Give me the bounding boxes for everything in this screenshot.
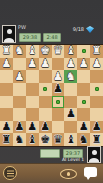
square-b7[interactable]: ♟ bbox=[77, 121, 90, 134]
move-hint-dot bbox=[82, 100, 86, 104]
square-d1[interactable]: ♛ bbox=[52, 45, 65, 58]
white-pawn-piece: ♟ bbox=[53, 71, 63, 83]
square-c5[interactable] bbox=[64, 96, 77, 109]
white-bishop-piece: ♝ bbox=[66, 45, 76, 57]
top-player-name: PW bbox=[18, 24, 26, 31]
black-pawn-piece: ♟ bbox=[79, 121, 89, 133]
square-h4[interactable] bbox=[0, 83, 13, 96]
white-pawn-piece: ♟ bbox=[2, 58, 12, 70]
black-pawn-piece: ♟ bbox=[27, 121, 37, 133]
white-pawn-piece: ♟ bbox=[27, 58, 37, 70]
white-bishop-piece: ♝ bbox=[27, 45, 37, 57]
move-hint-dot bbox=[56, 100, 60, 104]
bottom-move-timer bbox=[40, 149, 60, 158]
square-d3[interactable]: ♟ bbox=[52, 70, 65, 83]
diamond-icon[interactable] bbox=[86, 26, 94, 33]
white-pawn-piece: ♟ bbox=[66, 58, 76, 70]
square-g8[interactable]: ♞ bbox=[13, 133, 26, 146]
square-e1[interactable]: ♚ bbox=[39, 45, 52, 58]
square-h3[interactable] bbox=[0, 70, 13, 83]
white-rook-piece: ♜ bbox=[92, 45, 102, 57]
white-pawn-piece: ♟ bbox=[92, 58, 102, 70]
white-knight-piece: ♞ bbox=[66, 71, 76, 83]
square-a7[interactable]: ♟ bbox=[90, 121, 103, 134]
black-rook-piece: ♜ bbox=[2, 134, 12, 146]
square-c2[interactable]: ♟ bbox=[64, 58, 77, 71]
square-d5[interactable] bbox=[52, 96, 65, 109]
square-b6[interactable] bbox=[77, 108, 90, 121]
square-f5[interactable] bbox=[26, 96, 39, 109]
square-c1[interactable]: ♝ bbox=[64, 45, 77, 58]
hint-eye-button[interactable] bbox=[60, 169, 77, 179]
black-king-piece: ♚ bbox=[40, 134, 50, 146]
top-move-timer: 2:48 bbox=[43, 33, 61, 42]
white-queen-piece: ♛ bbox=[53, 45, 63, 57]
square-d6[interactable] bbox=[52, 108, 65, 121]
bottom-toolbar bbox=[0, 163, 103, 183]
white-pawn-piece: ♟ bbox=[79, 58, 89, 70]
square-b2[interactable]: ♟ bbox=[77, 58, 90, 71]
square-c7[interactable] bbox=[64, 121, 77, 134]
white-pawn-piece: ♟ bbox=[40, 58, 50, 70]
square-a4[interactable] bbox=[90, 83, 103, 96]
black-rook-piece: ♜ bbox=[92, 134, 102, 146]
black-bishop-piece: ♝ bbox=[27, 134, 37, 146]
square-a6[interactable] bbox=[90, 108, 103, 121]
black-pawn-piece: ♟ bbox=[92, 121, 102, 133]
square-b5[interactable] bbox=[77, 96, 90, 109]
black-knight-piece: ♞ bbox=[14, 134, 24, 146]
black-pawn-piece: ♟ bbox=[66, 108, 76, 120]
square-d8[interactable]: ♛ bbox=[52, 133, 65, 146]
square-c4[interactable] bbox=[64, 83, 77, 96]
white-rook-piece: ♜ bbox=[2, 45, 12, 57]
black-pawn-piece: ♟ bbox=[2, 121, 12, 133]
square-a8[interactable]: ♜ bbox=[90, 133, 103, 146]
square-f7[interactable]: ♟ bbox=[26, 121, 39, 134]
avatar-silhouette bbox=[7, 29, 12, 34]
square-f6[interactable] bbox=[26, 108, 39, 121]
square-e4[interactable] bbox=[39, 83, 52, 96]
bottom-player-avatar bbox=[87, 146, 101, 163]
black-queen-piece: ♛ bbox=[53, 134, 63, 146]
square-e6[interactable] bbox=[39, 108, 52, 121]
white-knight-piece: ♞ bbox=[14, 45, 24, 57]
hamburger-icon bbox=[7, 173, 14, 174]
square-d7[interactable] bbox=[52, 121, 65, 134]
avatar-silhouette bbox=[4, 38, 14, 43]
black-pawn-piece: ♟ bbox=[40, 121, 50, 133]
gem-count: 9/18 bbox=[73, 26, 84, 33]
square-h2[interactable]: ♟ bbox=[0, 58, 13, 71]
square-f4[interactable] bbox=[26, 83, 39, 96]
square-a5[interactable] bbox=[90, 96, 103, 109]
square-h6[interactable] bbox=[0, 108, 13, 121]
avatar-silhouette bbox=[92, 150, 97, 155]
square-b3[interactable] bbox=[77, 70, 90, 83]
square-g3[interactable]: ♟ bbox=[13, 70, 26, 83]
move-hint-dot bbox=[82, 49, 86, 53]
menu-button[interactable] bbox=[3, 166, 17, 180]
square-h8[interactable]: ♜ bbox=[0, 133, 13, 146]
black-pawn-piece: ♟ bbox=[14, 121, 24, 133]
square-d4[interactable]: ♟ bbox=[52, 83, 65, 96]
chat-bubble-button[interactable] bbox=[84, 167, 97, 177]
square-e2[interactable]: ♟ bbox=[39, 58, 52, 71]
square-a1[interactable]: ♜ bbox=[90, 45, 103, 58]
square-e3[interactable] bbox=[39, 70, 52, 83]
app-screen: PW 29:38 2:48 9/18 ♜♞♝♚♛♝♜♟♟♟♟♟♟♟♟♞♟♟♟♟♟… bbox=[0, 0, 103, 183]
square-h5[interactable] bbox=[0, 96, 13, 109]
move-hint-dot bbox=[43, 87, 47, 91]
square-h7[interactable]: ♟ bbox=[0, 121, 13, 134]
square-e7[interactable]: ♟ bbox=[39, 121, 52, 134]
black-knight-piece: ♞ bbox=[79, 134, 89, 146]
black-bishop-piece: ♝ bbox=[66, 134, 76, 146]
square-g4[interactable] bbox=[13, 83, 26, 96]
square-d2[interactable] bbox=[52, 58, 65, 71]
square-a2[interactable]: ♟ bbox=[90, 58, 103, 71]
white-king-piece: ♚ bbox=[40, 45, 50, 57]
square-e8[interactable]: ♚ bbox=[39, 133, 52, 146]
square-g2[interactable] bbox=[13, 58, 26, 71]
square-b1[interactable] bbox=[77, 45, 90, 58]
square-f2[interactable]: ♟ bbox=[26, 58, 39, 71]
chess-board: ♜♞♝♚♛♝♜♟♟♟♟♟♟♟♟♞♟♟♟♟♟♟♟♟♜♞♝♚♛♝♞♜ bbox=[0, 44, 103, 147]
square-g1[interactable]: ♞ bbox=[13, 45, 26, 58]
square-f3[interactable] bbox=[26, 70, 39, 83]
square-g7[interactable]: ♟ bbox=[13, 121, 26, 134]
square-f8[interactable]: ♝ bbox=[26, 133, 39, 146]
top-main-timer: 29:38 bbox=[19, 33, 41, 42]
white-pawn-piece: ♟ bbox=[14, 71, 24, 83]
square-c3[interactable]: ♞ bbox=[64, 70, 77, 83]
square-h1[interactable]: ♜ bbox=[0, 45, 13, 58]
top-player-avatar bbox=[2, 25, 16, 43]
square-e5[interactable] bbox=[39, 96, 52, 109]
square-c8[interactable]: ♝ bbox=[64, 133, 77, 146]
square-f1[interactable]: ♝ bbox=[26, 45, 39, 58]
square-b8[interactable]: ♞ bbox=[77, 133, 90, 146]
black-pawn-piece: ♟ bbox=[53, 83, 63, 95]
eye-icon bbox=[67, 172, 71, 176]
move-hint-dot bbox=[95, 87, 99, 91]
square-g6[interactable] bbox=[13, 108, 26, 121]
square-g5[interactable] bbox=[13, 96, 26, 109]
square-b4[interactable] bbox=[77, 83, 90, 96]
square-a3[interactable] bbox=[90, 70, 103, 83]
square-c6[interactable]: ♟ bbox=[64, 108, 77, 121]
